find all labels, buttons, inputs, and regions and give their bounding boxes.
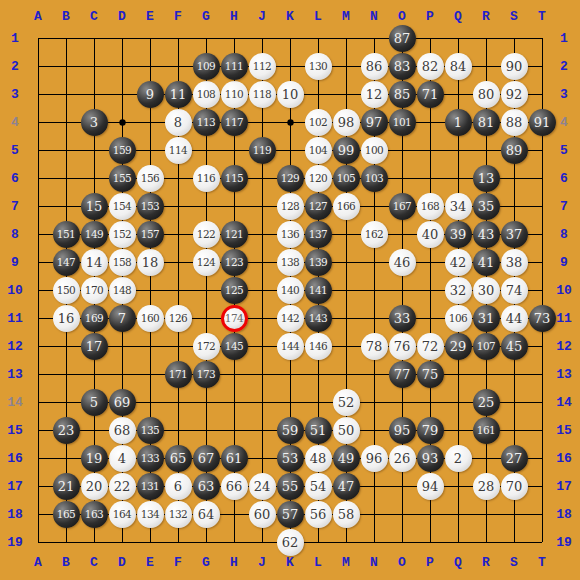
stone-L5: 104 xyxy=(305,137,332,164)
stone-D15: 68 xyxy=(109,417,136,444)
stone-S4: 88 xyxy=(501,109,528,136)
stone-M16: 49 xyxy=(333,445,360,472)
stone-H2: 111 xyxy=(221,53,248,80)
col-label-top-P: P xyxy=(426,9,434,24)
row-label-right-6: 6 xyxy=(560,171,568,186)
stone-E11: 160 xyxy=(137,305,164,332)
stone-M18: 58 xyxy=(333,501,360,528)
stone-Q9: 42 xyxy=(445,249,472,276)
stone-O9: 46 xyxy=(389,249,416,276)
row-label-right-8: 8 xyxy=(560,227,568,242)
stone-C12: 17 xyxy=(81,333,108,360)
col-label-top-Q: Q xyxy=(454,9,462,24)
stone-R17: 28 xyxy=(473,473,500,500)
row-label-left-6: 6 xyxy=(11,171,19,186)
stone-K16: 53 xyxy=(277,445,304,472)
stone-H3: 110 xyxy=(221,81,248,108)
stone-R8: 43 xyxy=(473,221,500,248)
stone-T4: 91 xyxy=(529,109,556,136)
stone-H9: 123 xyxy=(221,249,248,276)
stone-N12: 78 xyxy=(361,333,388,360)
stone-O16: 26 xyxy=(389,445,416,472)
stone-C14: 5 xyxy=(81,389,108,416)
stone-F17: 6 xyxy=(165,473,192,500)
stone-N2: 86 xyxy=(361,53,388,80)
col-label-top-R: R xyxy=(482,9,490,24)
stone-P8: 40 xyxy=(417,221,444,248)
stone-M14: 52 xyxy=(333,389,360,416)
row-label-right-12: 12 xyxy=(556,339,572,354)
stone-K12: 144 xyxy=(277,333,304,360)
col-label-bottom-D: D xyxy=(118,555,126,570)
stone-E16: 133 xyxy=(137,445,164,472)
stone-B9: 147 xyxy=(53,249,80,276)
stone-R11: 31 xyxy=(473,305,500,332)
stone-C16: 19 xyxy=(81,445,108,472)
stone-H6: 115 xyxy=(221,165,248,192)
stone-Q11: 106 xyxy=(445,305,472,332)
stone-M7: 166 xyxy=(333,193,360,220)
row-label-right-11: 11 xyxy=(556,311,572,326)
stone-L8: 137 xyxy=(305,221,332,248)
col-label-bottom-R: R xyxy=(482,555,490,570)
stone-S3: 92 xyxy=(501,81,528,108)
stone-Q2: 84 xyxy=(445,53,472,80)
stone-S16: 27 xyxy=(501,445,528,472)
row-label-right-2: 2 xyxy=(560,59,568,74)
stone-P12: 72 xyxy=(417,333,444,360)
stone-D5: 159 xyxy=(109,137,136,164)
stone-K11: 142 xyxy=(277,305,304,332)
stone-F11: 126 xyxy=(165,305,192,332)
stone-K10: 140 xyxy=(277,277,304,304)
stone-S11: 44 xyxy=(501,305,528,332)
stone-H17: 66 xyxy=(221,473,248,500)
stone-M4: 98 xyxy=(333,109,360,136)
stone-N4: 97 xyxy=(361,109,388,136)
stone-J5: 119 xyxy=(249,137,276,164)
stone-K9: 138 xyxy=(277,249,304,276)
stone-B11: 16 xyxy=(53,305,80,332)
stone-R3: 80 xyxy=(473,81,500,108)
stone-K8: 136 xyxy=(277,221,304,248)
stone-F16: 65 xyxy=(165,445,192,472)
stone-C9: 14 xyxy=(81,249,108,276)
row-label-left-1: 1 xyxy=(11,31,19,46)
stone-R9: 41 xyxy=(473,249,500,276)
stone-Q7: 34 xyxy=(445,193,472,220)
stone-D16: 4 xyxy=(109,445,136,472)
row-label-right-13: 13 xyxy=(556,367,572,382)
stone-P13: 75 xyxy=(417,361,444,388)
stone-D10: 148 xyxy=(109,277,136,304)
row-label-right-4: 4 xyxy=(560,115,568,130)
col-label-bottom-O: O xyxy=(398,555,406,570)
col-label-bottom-T: T xyxy=(538,555,546,570)
stone-S12: 45 xyxy=(501,333,528,360)
stone-B18: 165 xyxy=(53,501,80,528)
stone-N16: 96 xyxy=(361,445,388,472)
stone-O15: 95 xyxy=(389,417,416,444)
stone-R4: 81 xyxy=(473,109,500,136)
col-label-bottom-F: F xyxy=(174,555,182,570)
row-label-right-1: 1 xyxy=(560,31,568,46)
col-label-top-C: C xyxy=(90,9,98,24)
row-label-left-4: 4 xyxy=(11,115,19,130)
stone-B15: 23 xyxy=(53,417,80,444)
stone-N8: 162 xyxy=(361,221,388,248)
row-label-right-19: 19 xyxy=(556,535,572,550)
col-label-bottom-P: P xyxy=(426,555,434,570)
row-label-right-17: 17 xyxy=(556,479,572,494)
stone-K6: 129 xyxy=(277,165,304,192)
col-label-top-N: N xyxy=(370,9,378,24)
stone-G9: 124 xyxy=(193,249,220,276)
row-label-left-10: 10 xyxy=(7,283,23,298)
col-label-top-E: E xyxy=(146,9,154,24)
stone-O12: 76 xyxy=(389,333,416,360)
stone-D11: 7 xyxy=(109,305,136,332)
row-label-right-3: 3 xyxy=(560,87,568,102)
stone-H12: 145 xyxy=(221,333,248,360)
stone-D18: 164 xyxy=(109,501,136,528)
col-label-top-T: T xyxy=(538,9,546,24)
stone-L10: 141 xyxy=(305,277,332,304)
col-label-top-K: K xyxy=(286,9,294,24)
stone-L17: 54 xyxy=(305,473,332,500)
stone-R15: 161 xyxy=(473,417,500,444)
stone-R12: 107 xyxy=(473,333,500,360)
row-label-left-5: 5 xyxy=(11,143,19,158)
stone-O13: 77 xyxy=(389,361,416,388)
row-label-left-11: 11 xyxy=(7,311,23,326)
stone-P2: 82 xyxy=(417,53,444,80)
col-label-top-F: F xyxy=(174,9,182,24)
stone-K18: 57 xyxy=(277,501,304,528)
stone-B17: 21 xyxy=(53,473,80,500)
col-label-top-G: G xyxy=(202,9,210,24)
stone-S2: 90 xyxy=(501,53,528,80)
col-label-top-M: M xyxy=(342,9,350,24)
stone-D17: 22 xyxy=(109,473,136,500)
stone-K3: 10 xyxy=(277,81,304,108)
row-label-left-15: 15 xyxy=(7,423,23,438)
stone-D8: 152 xyxy=(109,221,136,248)
stone-O11: 33 xyxy=(389,305,416,332)
col-label-bottom-N: N xyxy=(370,555,378,570)
row-label-left-16: 16 xyxy=(7,451,23,466)
stone-Q16: 2 xyxy=(445,445,472,472)
stone-P3: 71 xyxy=(417,81,444,108)
row-label-left-7: 7 xyxy=(11,199,19,214)
stone-K15: 59 xyxy=(277,417,304,444)
stone-E7: 153 xyxy=(137,193,164,220)
row-label-left-9: 9 xyxy=(11,255,19,270)
row-label-left-18: 18 xyxy=(7,507,23,522)
stone-C10: 170 xyxy=(81,277,108,304)
stone-E9: 18 xyxy=(137,249,164,276)
stone-C8: 149 xyxy=(81,221,108,248)
stone-G2: 109 xyxy=(193,53,220,80)
col-label-bottom-J: J xyxy=(258,555,266,570)
stone-L4: 102 xyxy=(305,109,332,136)
stone-O3: 85 xyxy=(389,81,416,108)
col-label-bottom-H: H xyxy=(230,555,238,570)
stone-Q8: 39 xyxy=(445,221,472,248)
stone-S10: 74 xyxy=(501,277,528,304)
row-label-right-9: 9 xyxy=(560,255,568,270)
stone-G8: 122 xyxy=(193,221,220,248)
stone-J3: 118 xyxy=(249,81,276,108)
stone-L12: 146 xyxy=(305,333,332,360)
row-label-left-17: 17 xyxy=(7,479,23,494)
stone-D6: 155 xyxy=(109,165,136,192)
stone-L9: 139 xyxy=(305,249,332,276)
stone-F13: 171 xyxy=(165,361,192,388)
col-label-bottom-Q: Q xyxy=(454,555,462,570)
col-label-bottom-A: A xyxy=(34,555,42,570)
col-label-bottom-G: G xyxy=(202,555,210,570)
stone-K17: 55 xyxy=(277,473,304,500)
stone-M5: 99 xyxy=(333,137,360,164)
stone-G13: 173 xyxy=(193,361,220,388)
col-label-top-J: J xyxy=(258,9,266,24)
stone-R7: 35 xyxy=(473,193,500,220)
row-label-left-19: 19 xyxy=(7,535,23,550)
col-label-top-H: H xyxy=(230,9,238,24)
stone-J18: 60 xyxy=(249,501,276,528)
stone-T11: 73 xyxy=(529,305,556,332)
stone-E18: 134 xyxy=(137,501,164,528)
stone-L2: 130 xyxy=(305,53,332,80)
row-label-right-18: 18 xyxy=(556,507,572,522)
stone-O7: 167 xyxy=(389,193,416,220)
stone-S8: 37 xyxy=(501,221,528,248)
stone-M15: 50 xyxy=(333,417,360,444)
stone-E8: 157 xyxy=(137,221,164,248)
col-label-top-D: D xyxy=(118,9,126,24)
stone-C7: 15 xyxy=(81,193,108,220)
stone-Q10: 32 xyxy=(445,277,472,304)
col-label-bottom-S: S xyxy=(510,555,518,570)
go-board[interactable]: ABCDEFGHJKLMNOPQRST ABCDEFGHJKLMNOPQRST … xyxy=(0,0,580,580)
stone-R6: 13 xyxy=(473,165,500,192)
last-move-stone-H11: 174 xyxy=(221,305,248,332)
stone-C11: 169 xyxy=(81,305,108,332)
stone-L18: 56 xyxy=(305,501,332,528)
stone-N5: 100 xyxy=(361,137,388,164)
stone-G4: 113 xyxy=(193,109,220,136)
stone-G18: 64 xyxy=(193,501,220,528)
stone-G12: 172 xyxy=(193,333,220,360)
stone-M17: 47 xyxy=(333,473,360,500)
stone-O1: 87 xyxy=(389,25,416,52)
stone-J2: 112 xyxy=(249,53,276,80)
row-label-right-7: 7 xyxy=(560,199,568,214)
stone-N3: 12 xyxy=(361,81,388,108)
stone-H10: 125 xyxy=(221,277,248,304)
stone-O4: 101 xyxy=(389,109,416,136)
stone-G17: 63 xyxy=(193,473,220,500)
stone-S9: 38 xyxy=(501,249,528,276)
stone-C4: 3 xyxy=(81,109,108,136)
col-label-bottom-E: E xyxy=(146,555,154,570)
stone-H4: 117 xyxy=(221,109,248,136)
stone-P16: 93 xyxy=(417,445,444,472)
stone-J17: 24 xyxy=(249,473,276,500)
row-label-left-8: 8 xyxy=(11,227,19,242)
col-label-bottom-B: B xyxy=(62,555,70,570)
stone-R10: 30 xyxy=(473,277,500,304)
stone-F3: 11 xyxy=(165,81,192,108)
stone-D14: 69 xyxy=(109,389,136,416)
stones-layer: 1234567891011121314151617181920212223242… xyxy=(24,24,556,556)
stone-B8: 151 xyxy=(53,221,80,248)
stone-H8: 121 xyxy=(221,221,248,248)
stone-O2: 83 xyxy=(389,53,416,80)
stone-N6: 103 xyxy=(361,165,388,192)
row-label-right-14: 14 xyxy=(556,395,572,410)
stone-E15: 135 xyxy=(137,417,164,444)
stone-G16: 67 xyxy=(193,445,220,472)
stone-G6: 116 xyxy=(193,165,220,192)
stone-B10: 150 xyxy=(53,277,80,304)
col-label-bottom-C: C xyxy=(90,555,98,570)
stone-P17: 94 xyxy=(417,473,444,500)
col-label-top-O: O xyxy=(398,9,406,24)
stone-P7: 168 xyxy=(417,193,444,220)
stone-L11: 143 xyxy=(305,305,332,332)
stone-D7: 154 xyxy=(109,193,136,220)
row-label-right-15: 15 xyxy=(556,423,572,438)
col-label-bottom-M: M xyxy=(342,555,350,570)
stone-S5: 89 xyxy=(501,137,528,164)
stone-F18: 132 xyxy=(165,501,192,528)
row-label-right-16: 16 xyxy=(556,451,572,466)
stone-S17: 70 xyxy=(501,473,528,500)
stone-E17: 131 xyxy=(137,473,164,500)
stone-K7: 128 xyxy=(277,193,304,220)
row-label-left-13: 13 xyxy=(7,367,23,382)
col-label-top-L: L xyxy=(314,9,322,24)
row-label-left-12: 12 xyxy=(7,339,23,354)
col-label-bottom-K: K xyxy=(286,555,294,570)
stone-Q12: 29 xyxy=(445,333,472,360)
stone-K19: 62 xyxy=(277,529,304,556)
row-label-right-10: 10 xyxy=(556,283,572,298)
col-label-top-S: S xyxy=(510,9,518,24)
stone-C18: 163 xyxy=(81,501,108,528)
col-label-top-A: A xyxy=(34,9,42,24)
col-label-bottom-L: L xyxy=(314,555,322,570)
row-label-left-14: 14 xyxy=(7,395,23,410)
row-label-left-3: 3 xyxy=(11,87,19,102)
stone-F5: 114 xyxy=(165,137,192,164)
stone-R14: 25 xyxy=(473,389,500,416)
row-label-left-2: 2 xyxy=(11,59,19,74)
stone-D9: 158 xyxy=(109,249,136,276)
col-label-top-B: B xyxy=(62,9,70,24)
stone-E3: 9 xyxy=(137,81,164,108)
stone-L6: 120 xyxy=(305,165,332,192)
stone-Q4: 1 xyxy=(445,109,472,136)
stone-P15: 79 xyxy=(417,417,444,444)
stone-C17: 20 xyxy=(81,473,108,500)
row-label-right-5: 5 xyxy=(560,143,568,158)
stone-M6: 105 xyxy=(333,165,360,192)
stone-H16: 61 xyxy=(221,445,248,472)
stone-G3: 108 xyxy=(193,81,220,108)
stone-L15: 51 xyxy=(305,417,332,444)
stone-F4: 8 xyxy=(165,109,192,136)
stone-L16: 48 xyxy=(305,445,332,472)
stone-L7: 127 xyxy=(305,193,332,220)
stone-E6: 156 xyxy=(137,165,164,192)
